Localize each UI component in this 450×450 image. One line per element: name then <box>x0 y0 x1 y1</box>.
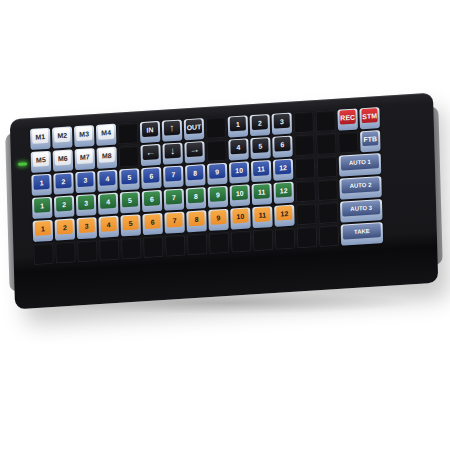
empty-key-slot <box>33 243 54 265</box>
device-body: M1M2M3M4IN↑OUT123RECSTMM5M6M7M8←↓→456FTB… <box>10 93 438 310</box>
key-out-label: OUT <box>186 119 202 134</box>
empty-key-slot <box>121 237 142 259</box>
key-orange-3[interactable]: 3 <box>77 217 98 239</box>
arrow-up-key[interactable]: ↑ <box>162 119 183 141</box>
key-blue-6-label: 6 <box>143 168 159 183</box>
product-photo: M1M2M3M4IN↑OUT123RECSTMM5M6M7M8←↓→456FTB… <box>0 0 450 450</box>
key-orange-11[interactable]: 11 <box>252 206 273 228</box>
key-orange-1[interactable]: 1 <box>33 220 54 242</box>
key-black-3[interactable]: 3 <box>272 113 293 135</box>
key-black-5[interactable]: 5 <box>250 137 271 159</box>
key-take-label: TAKE <box>343 223 381 239</box>
key-auto-1-label: AUTO 1 <box>341 154 379 170</box>
key-orange-3-label: 3 <box>79 218 95 233</box>
empty-key-slot <box>118 122 139 144</box>
key-blue-12[interactable]: 12 <box>273 159 294 181</box>
key-m5-label: M5 <box>33 152 49 167</box>
key-m1-label: M1 <box>32 129 48 144</box>
key-orange-12-label: 12 <box>276 206 292 221</box>
key-blue-9-label: 9 <box>209 164 225 179</box>
key-auto-3-label: AUTO 3 <box>342 200 380 216</box>
key-blue-8-label: 8 <box>187 165 203 180</box>
key-blue-3[interactable]: 3 <box>75 171 96 193</box>
key-blue-10-label: 10 <box>231 162 247 177</box>
empty-key-slot <box>99 239 120 261</box>
key-blue-10[interactable]: 10 <box>229 161 250 183</box>
key-green-3[interactable]: 3 <box>76 194 97 216</box>
key-rec-label: REC <box>339 110 355 125</box>
key-m5[interactable]: M5 <box>31 151 52 173</box>
keyboard-device: M1M2M3M4IN↑OUT123RECSTMM5M6M7M8←↓→456FTB… <box>10 93 438 310</box>
key-m6[interactable]: M6 <box>53 149 74 171</box>
key-green-4-label: 4 <box>100 194 116 209</box>
key-orange-1-label: 1 <box>35 221 51 236</box>
key-m1[interactable]: M1 <box>30 128 51 150</box>
empty-key-slot <box>316 133 337 155</box>
arrow-right-key-label: → <box>186 142 202 157</box>
key-orange-2[interactable]: 2 <box>55 218 76 240</box>
key-rec[interactable]: REC <box>337 108 358 130</box>
empty-key-slot <box>187 233 208 255</box>
empty-key-slot <box>296 203 317 225</box>
empty-key-slot <box>338 131 359 153</box>
key-green-4[interactable]: 4 <box>98 193 119 215</box>
key-blue-4-label: 4 <box>99 171 115 186</box>
key-out[interactable]: OUT <box>184 118 205 140</box>
empty-key-slot <box>119 145 140 167</box>
empty-key-slot <box>318 202 339 224</box>
key-auto-3[interactable]: AUTO 3 <box>340 199 383 223</box>
key-blue-4[interactable]: 4 <box>97 170 118 192</box>
key-m7[interactable]: M7 <box>75 148 96 170</box>
key-m2-label: M2 <box>54 128 70 143</box>
key-stm-label: STM <box>361 108 377 123</box>
key-green-10-label: 10 <box>232 185 248 200</box>
empty-key-slot <box>231 230 252 252</box>
key-green-8[interactable]: 8 <box>186 187 207 209</box>
key-green-3-label: 3 <box>78 195 94 210</box>
power-led <box>18 162 27 166</box>
key-green-1-label: 1 <box>34 198 50 213</box>
empty-key-slot <box>317 156 338 178</box>
key-blue-8[interactable]: 8 <box>185 164 206 186</box>
key-orange-9[interactable]: 9 <box>208 209 229 231</box>
key-m3[interactable]: M3 <box>74 125 95 147</box>
key-auto-1[interactable]: AUTO 1 <box>339 153 382 177</box>
key-green-5-label: 5 <box>122 192 138 207</box>
key-m8-label: M8 <box>99 148 115 163</box>
key-blue-1-label: 1 <box>33 175 49 190</box>
key-stm[interactable]: STM <box>359 107 380 129</box>
key-orange-4-label: 4 <box>100 217 116 232</box>
key-orange-10-label: 10 <box>232 208 248 223</box>
key-orange-9-label: 9 <box>210 210 226 225</box>
key-blue-11[interactable]: 11 <box>251 160 272 182</box>
arrow-left-key[interactable]: ← <box>140 144 161 166</box>
empty-key-slot <box>297 226 318 248</box>
key-blue-2[interactable]: 2 <box>53 172 74 194</box>
key-m3-label: M3 <box>76 126 92 141</box>
key-m8[interactable]: M8 <box>97 147 118 169</box>
key-m2[interactable]: M2 <box>52 126 73 148</box>
key-blue-1[interactable]: 1 <box>31 174 52 196</box>
empty-key-slot <box>165 235 186 257</box>
arrow-down-key-label: ↓ <box>164 144 180 159</box>
key-blue-3-label: 3 <box>77 172 93 187</box>
key-ftb-label: FTB <box>362 131 378 146</box>
key-green-8-label: 8 <box>188 188 204 203</box>
empty-key-slot <box>319 225 340 247</box>
empty-key-slot <box>55 241 76 263</box>
empty-key-slot <box>295 157 316 179</box>
key-blue-5-label: 5 <box>121 169 137 184</box>
key-green-7[interactable]: 7 <box>164 189 185 211</box>
key-orange-8-label: 8 <box>188 211 204 226</box>
empty-key-slot <box>294 111 315 133</box>
empty-key-slot <box>143 236 164 258</box>
key-m4[interactable]: M4 <box>96 124 117 146</box>
key-blue-7-label: 7 <box>165 167 181 182</box>
key-orange-6[interactable]: 6 <box>142 213 163 235</box>
key-black-2-label: 2 <box>252 115 268 130</box>
empty-key-slot <box>209 232 230 254</box>
key-auto-2[interactable]: AUTO 2 <box>339 176 382 200</box>
key-blue-9[interactable]: 9 <box>207 163 228 185</box>
key-green-6-label: 6 <box>144 191 160 206</box>
key-green-5[interactable]: 5 <box>120 191 141 213</box>
empty-key-slot <box>315 110 336 132</box>
arrow-right-key[interactable]: → <box>184 141 205 163</box>
key-orange-11-label: 11 <box>254 207 270 222</box>
key-black-1-label: 1 <box>230 116 246 131</box>
key-blue-7[interactable]: 7 <box>163 166 184 188</box>
empty-key-slot <box>317 179 338 201</box>
key-in[interactable]: IN <box>140 121 161 143</box>
key-black-5-label: 5 <box>252 138 268 153</box>
key-black-2[interactable]: 2 <box>250 114 271 136</box>
empty-key-slot <box>275 228 296 250</box>
key-green-9-label: 9 <box>210 187 226 202</box>
key-green-12[interactable]: 12 <box>273 182 294 204</box>
key-blue-12-label: 12 <box>275 160 291 175</box>
key-orange-10[interactable]: 10 <box>230 207 251 229</box>
key-take[interactable]: TAKE <box>341 222 384 246</box>
empty-key-slot <box>294 134 315 156</box>
empty-key-slot <box>77 240 98 262</box>
arrow-up-key-label: ↑ <box>164 121 180 136</box>
key-m4-label: M4 <box>98 125 114 140</box>
key-green-9[interactable]: 9 <box>208 186 229 208</box>
empty-key-slot <box>253 229 274 251</box>
empty-key-slot <box>295 180 316 202</box>
key-orange-6-label: 6 <box>144 214 160 229</box>
key-orange-4[interactable]: 4 <box>98 216 119 238</box>
key-green-10[interactable]: 10 <box>230 184 251 206</box>
key-blue-11-label: 11 <box>253 161 269 176</box>
key-black-3-label: 3 <box>274 114 290 129</box>
key-green-2-label: 2 <box>56 197 72 212</box>
empty-key-slot <box>206 140 227 162</box>
key-m6-label: M6 <box>55 151 71 166</box>
key-blue-6[interactable]: 6 <box>141 167 162 189</box>
key-black-6-label: 6 <box>274 137 290 152</box>
key-orange-7-label: 7 <box>166 213 182 228</box>
key-in-label: IN <box>142 122 158 137</box>
key-orange-8[interactable]: 8 <box>186 210 207 232</box>
key-auto-2-label: AUTO 2 <box>341 177 379 193</box>
key-orange-5-label: 5 <box>122 215 138 230</box>
key-blue-5[interactable]: 5 <box>119 168 140 190</box>
key-ftb[interactable]: FTB <box>360 130 381 152</box>
key-green-7-label: 7 <box>166 190 182 205</box>
key-green-1[interactable]: 1 <box>32 197 53 219</box>
arrow-down-key[interactable]: ↓ <box>162 142 183 164</box>
key-green-2[interactable]: 2 <box>54 195 75 217</box>
key-green-11-label: 11 <box>254 184 270 199</box>
key-m7-label: M7 <box>77 149 93 164</box>
key-green-6[interactable]: 6 <box>142 190 163 212</box>
arrow-left-key-label: ← <box>142 145 158 160</box>
key-black-1[interactable]: 1 <box>228 115 249 137</box>
key-blue-2-label: 2 <box>55 174 71 189</box>
key-orange-5[interactable]: 5 <box>120 214 141 236</box>
key-orange-2-label: 2 <box>57 220 73 235</box>
key-green-12-label: 12 <box>276 183 292 198</box>
key-black-4[interactable]: 4 <box>228 138 249 160</box>
key-green-11[interactable]: 11 <box>252 183 273 205</box>
key-black-6[interactable]: 6 <box>272 136 293 158</box>
key-orange-7[interactable]: 7 <box>164 212 185 234</box>
empty-key-slot <box>206 117 227 139</box>
keypad-grid: M1M2M3M4IN↑OUT123RECSTMM5M6M7M8←↓→456FTB… <box>30 107 383 265</box>
key-orange-12[interactable]: 12 <box>274 205 295 227</box>
key-black-4-label: 4 <box>230 139 246 154</box>
